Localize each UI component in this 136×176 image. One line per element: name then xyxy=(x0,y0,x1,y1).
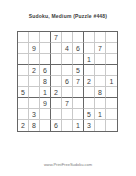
sudoku-cell-empty[interactable] xyxy=(73,54,84,65)
sudoku-cell-given[interactable]: 7 xyxy=(62,98,73,109)
sudoku-cell-empty[interactable] xyxy=(95,120,106,131)
sudoku-cell-empty[interactable] xyxy=(62,32,73,43)
sudoku-cell-empty[interactable] xyxy=(40,43,51,54)
sudoku-cell-empty[interactable] xyxy=(95,65,106,76)
sudoku-cell-empty[interactable] xyxy=(51,65,62,76)
sudoku-cell-empty[interactable] xyxy=(84,32,95,43)
sudoku-cell-given[interactable]: 9 xyxy=(29,43,40,54)
sudoku-cell-empty[interactable] xyxy=(18,76,29,87)
sudoku-cell-given[interactable]: 6 xyxy=(73,43,84,54)
sudoku-cell-empty[interactable] xyxy=(40,109,51,120)
sudoku-cell-empty[interactable] xyxy=(62,65,73,76)
sudoku-cell-empty[interactable] xyxy=(84,65,95,76)
sudoku-cell-given[interactable]: 3 xyxy=(84,120,95,131)
sudoku-cell-empty[interactable] xyxy=(29,87,40,98)
sudoku-board: 7946712658672151289735128613 xyxy=(17,31,118,132)
sudoku-cell-empty[interactable] xyxy=(62,120,73,131)
sudoku-cell-empty[interactable] xyxy=(29,32,40,43)
sudoku-cell-empty[interactable] xyxy=(51,43,62,54)
sudoku-cell-empty[interactable] xyxy=(106,120,117,131)
sudoku-cell-given[interactable]: 7 xyxy=(51,32,62,43)
sudoku-cell-empty[interactable] xyxy=(95,32,106,43)
sudoku-cell-given[interactable]: 8 xyxy=(29,120,40,131)
sudoku-cell-given[interactable]: 1 xyxy=(40,87,51,98)
sudoku-cell-empty[interactable] xyxy=(18,98,29,109)
page-title: Sudoku, Medium (Puzzle #448) xyxy=(0,13,136,19)
sudoku-cell-empty[interactable] xyxy=(51,109,62,120)
sudoku-cell-empty[interactable] xyxy=(95,54,106,65)
sudoku-cell-empty[interactable] xyxy=(29,98,40,109)
sudoku-cell-empty[interactable] xyxy=(106,32,117,43)
sudoku-cell-given[interactable]: 5 xyxy=(84,109,95,120)
sudoku-cell-empty[interactable] xyxy=(84,43,95,54)
sudoku-cell-empty[interactable] xyxy=(95,76,106,87)
sudoku-cell-given[interactable]: 8 xyxy=(40,76,51,87)
sudoku-cell-given[interactable]: 1 xyxy=(95,109,106,120)
sudoku-cell-empty[interactable] xyxy=(18,65,29,76)
sudoku-cell-given[interactable]: 2 xyxy=(29,65,40,76)
sudoku-cell-empty[interactable] xyxy=(73,98,84,109)
sudoku-cell-empty[interactable] xyxy=(106,87,117,98)
sudoku-cell-empty[interactable] xyxy=(95,98,106,109)
sudoku-cell-given[interactable]: 3 xyxy=(29,109,40,120)
sudoku-cell-given[interactable]: 7 xyxy=(73,76,84,87)
sudoku-cell-given[interactable]: 2 xyxy=(18,120,29,131)
sudoku-cell-given[interactable]: 8 xyxy=(95,87,106,98)
sudoku-cell-empty[interactable] xyxy=(40,54,51,65)
sudoku-cell-empty[interactable] xyxy=(51,54,62,65)
sudoku-cell-empty[interactable] xyxy=(51,76,62,87)
sudoku-cell-given[interactable]: 2 xyxy=(51,87,62,98)
sudoku-cell-empty[interactable] xyxy=(73,32,84,43)
sudoku-cell-given[interactable]: 6 xyxy=(51,120,62,131)
sudoku-cell-empty[interactable] xyxy=(29,54,40,65)
sudoku-cell-given[interactable]: 1 xyxy=(84,54,95,65)
sudoku-cell-given[interactable]: 9 xyxy=(40,98,51,109)
sudoku-cell-given[interactable]: 5 xyxy=(18,87,29,98)
sudoku-cell-empty[interactable] xyxy=(62,54,73,65)
sudoku-cell-given[interactable]: 1 xyxy=(106,76,117,87)
sudoku-cell-empty[interactable] xyxy=(106,43,117,54)
sudoku-cell-empty[interactable] xyxy=(106,65,117,76)
sudoku-cell-empty[interactable] xyxy=(18,109,29,120)
sudoku-cell-given[interactable]: 5 xyxy=(73,65,84,76)
sudoku-cell-empty[interactable] xyxy=(40,120,51,131)
sudoku-cell-given[interactable]: 4 xyxy=(62,43,73,54)
sudoku-cell-empty[interactable] xyxy=(51,98,62,109)
sudoku-page: Sudoku, Medium (Puzzle #448) 79467126586… xyxy=(0,0,136,176)
sudoku-cell-empty[interactable] xyxy=(73,87,84,98)
sudoku-cell-empty[interactable] xyxy=(29,76,40,87)
sudoku-cell-given[interactable]: 6 xyxy=(40,65,51,76)
sudoku-cell-empty[interactable] xyxy=(84,87,95,98)
sudoku-cell-empty[interactable] xyxy=(73,109,84,120)
sudoku-cell-empty[interactable] xyxy=(18,32,29,43)
sudoku-cell-given[interactable]: 2 xyxy=(84,76,95,87)
sudoku-cell-empty[interactable] xyxy=(106,109,117,120)
sudoku-cell-empty[interactable] xyxy=(84,98,95,109)
sudoku-cell-given[interactable]: 1 xyxy=(73,120,84,131)
sudoku-cell-empty[interactable] xyxy=(106,98,117,109)
sudoku-cell-empty[interactable] xyxy=(62,87,73,98)
sudoku-cell-empty[interactable] xyxy=(18,54,29,65)
sudoku-cell-empty[interactable] xyxy=(62,109,73,120)
sudoku-cell-given[interactable]: 6 xyxy=(62,76,73,87)
sudoku-cell-empty[interactable] xyxy=(40,32,51,43)
sudoku-cell-given[interactable]: 7 xyxy=(95,43,106,54)
sudoku-cell-empty[interactable] xyxy=(106,54,117,65)
sudoku-cell-empty[interactable] xyxy=(18,43,29,54)
footer-url: www.PrintFreeSudoku.com xyxy=(0,162,136,167)
